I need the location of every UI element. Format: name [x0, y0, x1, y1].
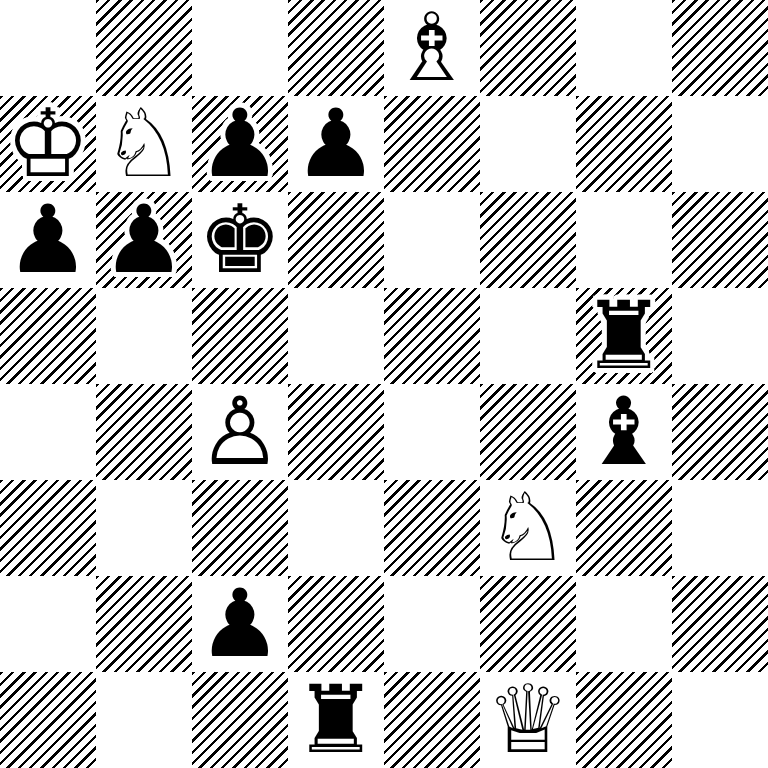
square-g4[interactable]: ♝♝ [576, 384, 672, 480]
square-a1[interactable] [0, 672, 96, 768]
square-e1[interactable] [384, 672, 480, 768]
square-h4[interactable] [672, 384, 768, 480]
square-e8[interactable]: ♝♗ [384, 0, 480, 96]
square-g3[interactable] [576, 480, 672, 576]
square-e3[interactable] [384, 480, 480, 576]
square-a4[interactable] [0, 384, 96, 480]
square-a7[interactable]: ♚♔ [0, 96, 96, 192]
square-d1[interactable]: ♜♜ [288, 672, 384, 768]
square-d7[interactable]: ♟♟ [288, 96, 384, 192]
piece-halo: ♟ [192, 96, 288, 192]
square-b2[interactable] [96, 576, 192, 672]
piece-white-king-a7: ♔ [0, 96, 96, 192]
piece-white-knight-b7: ♘ [96, 96, 192, 192]
square-f3[interactable]: ♞♘ [480, 480, 576, 576]
square-d3[interactable] [288, 480, 384, 576]
square-g8[interactable] [576, 0, 672, 96]
piece-black-pawn-a6: ♟ [0, 192, 96, 288]
square-c5[interactable] [192, 288, 288, 384]
square-h7[interactable] [672, 96, 768, 192]
square-c8[interactable] [192, 0, 288, 96]
square-c1[interactable] [192, 672, 288, 768]
square-g2[interactable] [576, 576, 672, 672]
square-f7[interactable] [480, 96, 576, 192]
square-g1[interactable] [576, 672, 672, 768]
piece-black-pawn-b6: ♟ [96, 192, 192, 288]
square-h2[interactable] [672, 576, 768, 672]
piece-white-pawn-c4: ♙ [192, 384, 288, 480]
piece-black-king-c6: ♚ [192, 192, 288, 288]
piece-halo: ♝ [576, 384, 672, 480]
piece-halo: ♟ [288, 96, 384, 192]
square-e2[interactable] [384, 576, 480, 672]
square-f8[interactable] [480, 0, 576, 96]
piece-black-bishop-g4: ♝ [576, 384, 672, 480]
piece-black-pawn-c2: ♟ [192, 576, 288, 672]
piece-black-rook-g5: ♜ [576, 288, 672, 384]
piece-black-rook-d1: ♜ [288, 672, 384, 768]
square-g6[interactable] [576, 192, 672, 288]
square-c6[interactable]: ♚♚ [192, 192, 288, 288]
piece-white-knight-f3: ♘ [480, 480, 576, 576]
square-b6[interactable]: ♟♟ [96, 192, 192, 288]
square-h6[interactable] [672, 192, 768, 288]
piece-halo: ♝ [384, 0, 480, 96]
square-b5[interactable] [96, 288, 192, 384]
piece-halo: ♞ [480, 480, 576, 576]
piece-halo: ♟ [192, 576, 288, 672]
square-d8[interactable] [288, 0, 384, 96]
square-f2[interactable] [480, 576, 576, 672]
square-b8[interactable] [96, 0, 192, 96]
square-c7[interactable]: ♟♟ [192, 96, 288, 192]
piece-halo: ♜ [576, 288, 672, 384]
piece-white-queen-f1: ♕ [480, 672, 576, 768]
square-g5[interactable]: ♜♜ [576, 288, 672, 384]
square-a3[interactable] [0, 480, 96, 576]
chess-board: ♝♗♚♔♞♘♟♟♟♟♟♟♟♟♚♚♜♜♟♙♝♝♞♘♟♟♜♜♛♕ [0, 0, 768, 768]
square-f1[interactable]: ♛♕ [480, 672, 576, 768]
square-b7[interactable]: ♞♘ [96, 96, 192, 192]
square-h8[interactable] [672, 0, 768, 96]
square-c4[interactable]: ♟♙ [192, 384, 288, 480]
square-d6[interactable] [288, 192, 384, 288]
square-a2[interactable] [0, 576, 96, 672]
piece-halo: ♞ [96, 96, 192, 192]
piece-halo: ♛ [480, 672, 576, 768]
piece-halo: ♟ [192, 384, 288, 480]
square-a8[interactable] [0, 0, 96, 96]
square-f4[interactable] [480, 384, 576, 480]
square-b4[interactable] [96, 384, 192, 480]
square-f6[interactable] [480, 192, 576, 288]
square-e7[interactable] [384, 96, 480, 192]
square-g7[interactable] [576, 96, 672, 192]
square-d4[interactable] [288, 384, 384, 480]
square-h1[interactable] [672, 672, 768, 768]
piece-halo: ♜ [288, 672, 384, 768]
square-a6[interactable]: ♟♟ [0, 192, 96, 288]
square-c3[interactable] [192, 480, 288, 576]
square-e6[interactable] [384, 192, 480, 288]
square-h3[interactable] [672, 480, 768, 576]
square-e4[interactable] [384, 384, 480, 480]
square-d2[interactable] [288, 576, 384, 672]
piece-black-pawn-d7: ♟ [288, 96, 384, 192]
square-h5[interactable] [672, 288, 768, 384]
square-a5[interactable] [0, 288, 96, 384]
square-c2[interactable]: ♟♟ [192, 576, 288, 672]
square-b3[interactable] [96, 480, 192, 576]
piece-halo: ♚ [0, 96, 96, 192]
piece-halo: ♟ [96, 192, 192, 288]
piece-halo: ♚ [192, 192, 288, 288]
square-e5[interactable] [384, 288, 480, 384]
piece-black-pawn-c7: ♟ [192, 96, 288, 192]
square-f5[interactable] [480, 288, 576, 384]
piece-halo: ♟ [0, 192, 96, 288]
square-b1[interactable] [96, 672, 192, 768]
square-d5[interactable] [288, 288, 384, 384]
piece-white-bishop-e8: ♗ [384, 0, 480, 96]
